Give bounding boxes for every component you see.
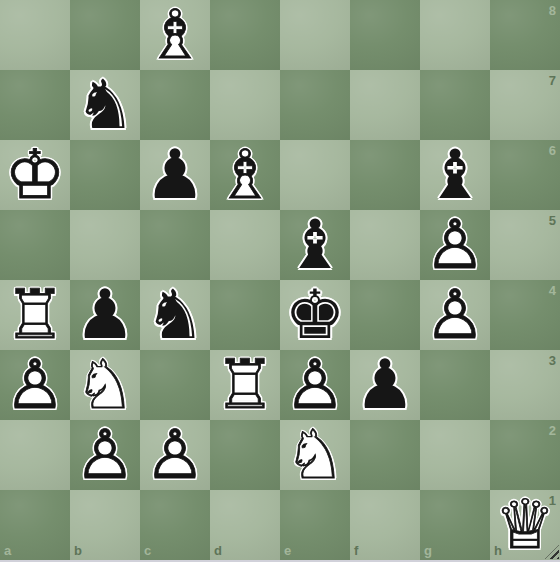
square-f4[interactable] xyxy=(350,280,420,350)
square-c7[interactable] xyxy=(140,70,210,140)
square-f3[interactable]: ♟ xyxy=(350,350,420,420)
square-d1[interactable]: d xyxy=(210,490,280,560)
square-c1[interactable]: c xyxy=(140,490,210,560)
square-g7[interactable] xyxy=(420,70,490,140)
square-g3[interactable] xyxy=(420,350,490,420)
square-g5[interactable]: ♟♙ xyxy=(420,210,490,280)
white-rook-icon[interactable]: ♜♖ xyxy=(210,350,280,420)
square-f5[interactable] xyxy=(350,210,420,280)
black-bishop-icon[interactable]: ♝ xyxy=(420,140,490,210)
black-knight-fill-glyph: ♞ xyxy=(70,70,140,140)
square-f6[interactable] xyxy=(350,140,420,210)
square-a6[interactable]: ♚♔ xyxy=(0,140,70,210)
file-label-c: c xyxy=(144,544,151,557)
rank-label-4: 4 xyxy=(549,284,556,297)
file-label-d: d xyxy=(214,544,222,557)
square-a1[interactable]: a xyxy=(0,490,70,560)
white-bishop-outline-glyph: ♗ xyxy=(140,0,210,70)
square-e1[interactable]: e xyxy=(280,490,350,560)
white-pawn-icon[interactable]: ♟♙ xyxy=(0,350,70,420)
rank-label-3: 3 xyxy=(549,354,556,367)
white-bishop-icon[interactable]: ♝♗ xyxy=(210,140,280,210)
black-bishop-icon[interactable]: ♝ xyxy=(280,210,350,280)
square-h4[interactable]: 4 xyxy=(490,280,560,350)
white-pawn-icon[interactable]: ♟♙ xyxy=(420,210,490,280)
white-king-outline-glyph: ♔ xyxy=(0,140,70,210)
file-label-f: f xyxy=(354,544,358,557)
white-pawn-outline-glyph: ♙ xyxy=(420,280,490,350)
square-g4[interactable]: ♟♙ xyxy=(420,280,490,350)
square-b2[interactable]: ♟♙ xyxy=(70,420,140,490)
square-e6[interactable] xyxy=(280,140,350,210)
square-a4[interactable]: ♜♖ xyxy=(0,280,70,350)
white-knight-icon[interactable]: ♞♘ xyxy=(70,350,140,420)
square-e4[interactable]: ♚ xyxy=(280,280,350,350)
white-pawn-outline-glyph: ♙ xyxy=(280,350,350,420)
white-knight-icon[interactable]: ♞♘ xyxy=(280,420,350,490)
black-knight-icon[interactable]: ♞ xyxy=(70,70,140,140)
white-pawn-icon[interactable]: ♟♙ xyxy=(420,280,490,350)
square-f1[interactable]: f xyxy=(350,490,420,560)
white-pawn-outline-glyph: ♙ xyxy=(0,350,70,420)
white-pawn-outline-glyph: ♙ xyxy=(70,420,140,490)
square-h7[interactable]: 7 xyxy=(490,70,560,140)
square-d3[interactable]: ♜♖ xyxy=(210,350,280,420)
black-pawn-fill-glyph: ♟ xyxy=(140,140,210,210)
square-a7[interactable] xyxy=(0,70,70,140)
square-d7[interactable] xyxy=(210,70,280,140)
chess-app-page: ♝♗8♞7♚♔♟♝♗♝6♝♟♙5♜♖♟♞♚♟♙4♟♙♞♘♜♖♟♙♟3♟♙♟♙♞♘… xyxy=(0,0,560,562)
black-knight-icon[interactable]: ♞ xyxy=(140,280,210,350)
square-f8[interactable] xyxy=(350,0,420,70)
square-e5[interactable]: ♝ xyxy=(280,210,350,280)
square-b4[interactable]: ♟ xyxy=(70,280,140,350)
square-a2[interactable] xyxy=(0,420,70,490)
square-f7[interactable] xyxy=(350,70,420,140)
white-pawn-icon[interactable]: ♟♙ xyxy=(70,420,140,490)
square-f2[interactable] xyxy=(350,420,420,490)
white-rook-outline-glyph: ♖ xyxy=(0,280,70,350)
square-h2[interactable]: 2 xyxy=(490,420,560,490)
rank-label-2: 2 xyxy=(549,424,556,437)
square-a3[interactable]: ♟♙ xyxy=(0,350,70,420)
white-pawn-icon[interactable]: ♟♙ xyxy=(280,350,350,420)
file-label-a: a xyxy=(4,544,11,557)
black-bishop-fill-glyph: ♝ xyxy=(420,140,490,210)
file-label-g: g xyxy=(424,544,432,557)
square-h8[interactable]: 8 xyxy=(490,0,560,70)
black-pawn-icon[interactable]: ♟ xyxy=(350,350,420,420)
square-e7[interactable] xyxy=(280,70,350,140)
square-g2[interactable] xyxy=(420,420,490,490)
rank-label-5: 5 xyxy=(549,214,556,227)
white-rook-icon[interactable]: ♜♖ xyxy=(0,280,70,350)
white-knight-outline-glyph: ♘ xyxy=(70,350,140,420)
square-h5[interactable]: 5 xyxy=(490,210,560,280)
square-d5[interactable] xyxy=(210,210,280,280)
square-g8[interactable] xyxy=(420,0,490,70)
chess-board: ♝♗8♞7♚♔♟♝♗♝6♝♟♙5♜♖♟♞♚♟♙4♟♙♞♘♜♖♟♙♟3♟♙♟♙♞♘… xyxy=(0,0,560,560)
rank-label-7: 7 xyxy=(549,74,556,87)
square-a5[interactable] xyxy=(0,210,70,280)
black-bishop-fill-glyph: ♝ xyxy=(280,210,350,280)
square-d8[interactable] xyxy=(210,0,280,70)
file-label-b: b xyxy=(74,544,82,557)
white-knight-outline-glyph: ♘ xyxy=(280,420,350,490)
square-c3[interactable] xyxy=(140,350,210,420)
black-king-fill-glyph: ♚ xyxy=(280,280,350,350)
square-b7[interactable]: ♞ xyxy=(70,70,140,140)
rank-label-6: 6 xyxy=(549,144,556,157)
square-a8[interactable] xyxy=(0,0,70,70)
square-b5[interactable] xyxy=(70,210,140,280)
black-pawn-icon[interactable]: ♟ xyxy=(70,280,140,350)
black-king-icon[interactable]: ♚ xyxy=(280,280,350,350)
white-rook-outline-glyph: ♖ xyxy=(210,350,280,420)
white-pawn-outline-glyph: ♙ xyxy=(420,210,490,280)
white-bishop-outline-glyph: ♗ xyxy=(210,140,280,210)
black-pawn-fill-glyph: ♟ xyxy=(350,350,420,420)
square-b8[interactable] xyxy=(70,0,140,70)
square-e2[interactable]: ♞♘ xyxy=(280,420,350,490)
square-c2[interactable]: ♟♙ xyxy=(140,420,210,490)
white-queen-icon[interactable]: ♛♕ xyxy=(490,490,560,560)
square-e3[interactable]: ♟♙ xyxy=(280,350,350,420)
white-pawn-icon[interactable]: ♟♙ xyxy=(140,420,210,490)
square-c5[interactable] xyxy=(140,210,210,280)
square-b1[interactable]: b xyxy=(70,490,140,560)
square-h6[interactable]: 6 xyxy=(490,140,560,210)
square-d2[interactable] xyxy=(210,420,280,490)
square-b6[interactable] xyxy=(70,140,140,210)
square-b3[interactable]: ♞♘ xyxy=(70,350,140,420)
square-d6[interactable]: ♝♗ xyxy=(210,140,280,210)
file-label-e: e xyxy=(284,544,291,557)
square-g1[interactable]: g xyxy=(420,490,490,560)
square-e8[interactable] xyxy=(280,0,350,70)
square-g6[interactable]: ♝ xyxy=(420,140,490,210)
square-h3[interactable]: 3 xyxy=(490,350,560,420)
square-d4[interactable] xyxy=(210,280,280,350)
white-queen-outline-glyph: ♕ xyxy=(490,490,560,560)
black-pawn-icon[interactable]: ♟ xyxy=(140,140,210,210)
square-c4[interactable]: ♞ xyxy=(140,280,210,350)
square-c8[interactable]: ♝♗ xyxy=(140,0,210,70)
black-pawn-fill-glyph: ♟ xyxy=(70,280,140,350)
square-c6[interactable]: ♟ xyxy=(140,140,210,210)
black-knight-fill-glyph: ♞ xyxy=(140,280,210,350)
square-h1[interactable]: ♛♕1h xyxy=(490,490,560,560)
white-bishop-icon[interactable]: ♝♗ xyxy=(140,0,210,70)
white-pawn-outline-glyph: ♙ xyxy=(140,420,210,490)
rank-label-8: 8 xyxy=(549,4,556,17)
white-king-icon[interactable]: ♚♔ xyxy=(0,140,70,210)
